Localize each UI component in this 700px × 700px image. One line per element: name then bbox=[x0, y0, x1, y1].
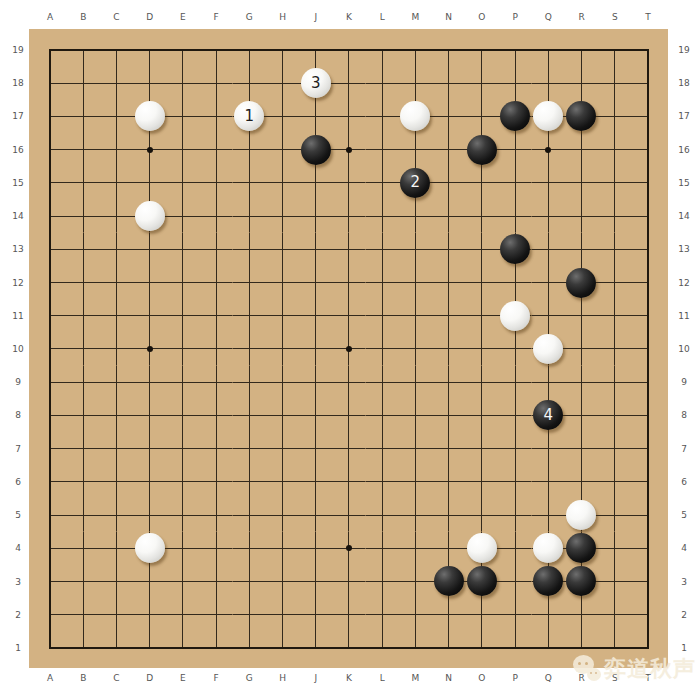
intersection-F2[interactable] bbox=[199, 598, 232, 631]
intersection-S11[interactable] bbox=[598, 299, 631, 332]
intersection-M15[interactable]: 2 bbox=[399, 166, 432, 199]
intersection-E5[interactable] bbox=[166, 498, 199, 531]
intersection-D7[interactable] bbox=[133, 432, 166, 465]
intersection-M14[interactable] bbox=[399, 199, 432, 232]
intersection-M3[interactable] bbox=[399, 565, 432, 598]
intersection-R13[interactable] bbox=[565, 233, 598, 266]
intersection-E15[interactable] bbox=[166, 166, 199, 199]
intersection-A1[interactable] bbox=[33, 631, 66, 664]
white-stone-M17[interactable] bbox=[400, 101, 430, 131]
intersection-C15[interactable] bbox=[100, 166, 133, 199]
intersection-F17[interactable] bbox=[199, 100, 232, 133]
intersection-M4[interactable] bbox=[399, 532, 432, 565]
intersection-H1[interactable] bbox=[266, 631, 299, 664]
intersection-E14[interactable] bbox=[166, 199, 199, 232]
intersection-S18[interactable] bbox=[598, 67, 631, 100]
intersection-D15[interactable] bbox=[133, 166, 166, 199]
intersection-B6[interactable] bbox=[67, 465, 100, 498]
intersection-P10[interactable] bbox=[498, 332, 531, 365]
intersection-L2[interactable] bbox=[366, 598, 399, 631]
intersection-Q12[interactable] bbox=[532, 266, 565, 299]
intersection-B19[interactable] bbox=[67, 33, 100, 66]
intersection-B5[interactable] bbox=[67, 498, 100, 531]
intersection-K6[interactable] bbox=[332, 465, 365, 498]
intersection-B18[interactable] bbox=[67, 67, 100, 100]
black-stone-Q3[interactable] bbox=[533, 566, 563, 596]
intersection-C17[interactable] bbox=[100, 100, 133, 133]
intersection-C2[interactable] bbox=[100, 598, 133, 631]
intersection-B17[interactable] bbox=[67, 100, 100, 133]
intersection-C16[interactable] bbox=[100, 133, 133, 166]
intersection-F9[interactable] bbox=[199, 366, 232, 399]
intersection-T15[interactable] bbox=[631, 166, 664, 199]
intersection-G14[interactable] bbox=[233, 199, 266, 232]
intersection-F12[interactable] bbox=[199, 266, 232, 299]
white-stone-J18[interactable]: 3 bbox=[301, 68, 331, 98]
intersection-T2[interactable] bbox=[631, 598, 664, 631]
intersection-B4[interactable] bbox=[67, 532, 100, 565]
intersection-H10[interactable] bbox=[266, 332, 299, 365]
intersection-F6[interactable] bbox=[199, 465, 232, 498]
intersection-A15[interactable] bbox=[33, 166, 66, 199]
intersection-N17[interactable] bbox=[432, 100, 465, 133]
intersection-M10[interactable] bbox=[399, 332, 432, 365]
intersection-P2[interactable] bbox=[498, 598, 531, 631]
intersection-B9[interactable] bbox=[67, 366, 100, 399]
intersection-J7[interactable] bbox=[299, 432, 332, 465]
intersection-K13[interactable] bbox=[332, 233, 365, 266]
intersection-M7[interactable] bbox=[399, 432, 432, 465]
intersection-Q16[interactable] bbox=[532, 133, 565, 166]
intersection-Q8[interactable]: 4 bbox=[532, 399, 565, 432]
intersection-M11[interactable] bbox=[399, 299, 432, 332]
intersection-C18[interactable] bbox=[100, 67, 133, 100]
intersection-O4[interactable] bbox=[465, 532, 498, 565]
intersection-O11[interactable] bbox=[465, 299, 498, 332]
intersection-S13[interactable] bbox=[598, 233, 631, 266]
intersection-T10[interactable] bbox=[631, 332, 664, 365]
intersection-Q2[interactable] bbox=[532, 598, 565, 631]
black-stone-R17[interactable] bbox=[566, 101, 596, 131]
intersection-D16[interactable] bbox=[133, 133, 166, 166]
intersection-A10[interactable] bbox=[33, 332, 66, 365]
intersection-R16[interactable] bbox=[565, 133, 598, 166]
intersection-M13[interactable] bbox=[399, 233, 432, 266]
intersection-S6[interactable] bbox=[598, 465, 631, 498]
intersection-M12[interactable] bbox=[399, 266, 432, 299]
intersection-G4[interactable] bbox=[233, 532, 266, 565]
intersection-C1[interactable] bbox=[100, 631, 133, 664]
intersection-M6[interactable] bbox=[399, 465, 432, 498]
intersection-B2[interactable] bbox=[67, 598, 100, 631]
intersection-E10[interactable] bbox=[166, 332, 199, 365]
intersection-L15[interactable] bbox=[366, 166, 399, 199]
intersection-R8[interactable] bbox=[565, 399, 598, 432]
intersection-D2[interactable] bbox=[133, 598, 166, 631]
intersection-O10[interactable] bbox=[465, 332, 498, 365]
intersection-A19[interactable] bbox=[33, 33, 66, 66]
intersection-R5[interactable] bbox=[565, 498, 598, 531]
intersection-N3[interactable] bbox=[432, 565, 465, 598]
intersection-J12[interactable] bbox=[299, 266, 332, 299]
intersection-S9[interactable] bbox=[598, 366, 631, 399]
intersection-E13[interactable] bbox=[166, 233, 199, 266]
intersection-Q10[interactable] bbox=[532, 332, 565, 365]
intersection-J14[interactable] bbox=[299, 199, 332, 232]
intersection-T13[interactable] bbox=[631, 233, 664, 266]
intersection-K14[interactable] bbox=[332, 199, 365, 232]
intersection-M2[interactable] bbox=[399, 598, 432, 631]
black-stone-R4[interactable] bbox=[566, 533, 596, 563]
intersection-N14[interactable] bbox=[432, 199, 465, 232]
intersection-G10[interactable] bbox=[233, 332, 266, 365]
intersection-R3[interactable] bbox=[565, 565, 598, 598]
intersection-B10[interactable] bbox=[67, 332, 100, 365]
intersection-M18[interactable] bbox=[399, 67, 432, 100]
intersection-H4[interactable] bbox=[266, 532, 299, 565]
intersection-G16[interactable] bbox=[233, 133, 266, 166]
intersection-J19[interactable] bbox=[299, 33, 332, 66]
intersection-A9[interactable] bbox=[33, 366, 66, 399]
white-stone-G17[interactable]: 1 bbox=[234, 101, 264, 131]
black-stone-M15[interactable]: 2 bbox=[400, 168, 430, 198]
intersection-O2[interactable] bbox=[465, 598, 498, 631]
intersection-K17[interactable] bbox=[332, 100, 365, 133]
intersection-C6[interactable] bbox=[100, 465, 133, 498]
intersection-H11[interactable] bbox=[266, 299, 299, 332]
intersection-D5[interactable] bbox=[133, 498, 166, 531]
intersection-G1[interactable] bbox=[233, 631, 266, 664]
intersection-F1[interactable] bbox=[199, 631, 232, 664]
intersection-O6[interactable] bbox=[465, 465, 498, 498]
intersection-K9[interactable] bbox=[332, 366, 365, 399]
intersection-E11[interactable] bbox=[166, 299, 199, 332]
intersection-C14[interactable] bbox=[100, 199, 133, 232]
intersection-O7[interactable] bbox=[465, 432, 498, 465]
intersection-A11[interactable] bbox=[33, 299, 66, 332]
intersection-H12[interactable] bbox=[266, 266, 299, 299]
intersection-J8[interactable] bbox=[299, 399, 332, 432]
intersection-Q5[interactable] bbox=[532, 498, 565, 531]
intersection-O8[interactable] bbox=[465, 399, 498, 432]
intersection-J6[interactable] bbox=[299, 465, 332, 498]
intersection-D3[interactable] bbox=[133, 565, 166, 598]
intersection-S4[interactable] bbox=[598, 532, 631, 565]
intersection-L14[interactable] bbox=[366, 199, 399, 232]
black-stone-O3[interactable] bbox=[467, 566, 497, 596]
intersection-E8[interactable] bbox=[166, 399, 199, 432]
intersection-T19[interactable] bbox=[631, 33, 664, 66]
intersection-D9[interactable] bbox=[133, 366, 166, 399]
intersection-A8[interactable] bbox=[33, 399, 66, 432]
intersection-S7[interactable] bbox=[598, 432, 631, 465]
intersection-B3[interactable] bbox=[67, 565, 100, 598]
intersection-D13[interactable] bbox=[133, 233, 166, 266]
intersection-P15[interactable] bbox=[498, 166, 531, 199]
intersection-O12[interactable] bbox=[465, 266, 498, 299]
intersection-N15[interactable] bbox=[432, 166, 465, 199]
intersection-D17[interactable] bbox=[133, 100, 166, 133]
intersection-K15[interactable] bbox=[332, 166, 365, 199]
intersection-P11[interactable] bbox=[498, 299, 531, 332]
white-stone-Q4[interactable] bbox=[533, 533, 563, 563]
intersection-T12[interactable] bbox=[631, 266, 664, 299]
intersection-S3[interactable] bbox=[598, 565, 631, 598]
intersection-A4[interactable] bbox=[33, 532, 66, 565]
intersection-P5[interactable] bbox=[498, 498, 531, 531]
intersection-G2[interactable] bbox=[233, 598, 266, 631]
intersection-J18[interactable]: 3 bbox=[299, 67, 332, 100]
intersection-P7[interactable] bbox=[498, 432, 531, 465]
intersection-P19[interactable] bbox=[498, 33, 531, 66]
intersection-G15[interactable] bbox=[233, 166, 266, 199]
black-stone-J16[interactable] bbox=[301, 135, 331, 165]
intersection-B14[interactable] bbox=[67, 199, 100, 232]
intersection-K3[interactable] bbox=[332, 565, 365, 598]
white-stone-Q17[interactable] bbox=[533, 101, 563, 131]
intersection-P6[interactable] bbox=[498, 465, 531, 498]
intersection-J4[interactable] bbox=[299, 532, 332, 565]
intersection-Q11[interactable] bbox=[532, 299, 565, 332]
intersection-E12[interactable] bbox=[166, 266, 199, 299]
intersection-N12[interactable] bbox=[432, 266, 465, 299]
intersection-T1[interactable] bbox=[631, 631, 664, 664]
intersection-C19[interactable] bbox=[100, 33, 133, 66]
intersection-C9[interactable] bbox=[100, 366, 133, 399]
intersection-M17[interactable] bbox=[399, 100, 432, 133]
intersection-L8[interactable] bbox=[366, 399, 399, 432]
intersection-P16[interactable] bbox=[498, 133, 531, 166]
intersection-M8[interactable] bbox=[399, 399, 432, 432]
intersection-L5[interactable] bbox=[366, 498, 399, 531]
intersection-R11[interactable] bbox=[565, 299, 598, 332]
intersection-H13[interactable] bbox=[266, 233, 299, 266]
intersection-N9[interactable] bbox=[432, 366, 465, 399]
intersection-L18[interactable] bbox=[366, 67, 399, 100]
intersection-F11[interactable] bbox=[199, 299, 232, 332]
intersection-S2[interactable] bbox=[598, 598, 631, 631]
intersection-R2[interactable] bbox=[565, 598, 598, 631]
white-stone-P11[interactable] bbox=[500, 301, 530, 331]
intersection-Q7[interactable] bbox=[532, 432, 565, 465]
intersection-D1[interactable] bbox=[133, 631, 166, 664]
intersection-E9[interactable] bbox=[166, 366, 199, 399]
intersection-K4[interactable] bbox=[332, 532, 365, 565]
intersection-N4[interactable] bbox=[432, 532, 465, 565]
intersection-L11[interactable] bbox=[366, 299, 399, 332]
intersection-R10[interactable] bbox=[565, 332, 598, 365]
white-stone-D14[interactable] bbox=[135, 201, 165, 231]
intersection-J17[interactable] bbox=[299, 100, 332, 133]
intersection-K19[interactable] bbox=[332, 33, 365, 66]
intersection-B11[interactable] bbox=[67, 299, 100, 332]
intersection-S17[interactable] bbox=[598, 100, 631, 133]
intersection-G6[interactable] bbox=[233, 465, 266, 498]
intersection-L6[interactable] bbox=[366, 465, 399, 498]
intersection-N7[interactable] bbox=[432, 432, 465, 465]
black-stone-R3[interactable] bbox=[566, 566, 596, 596]
intersection-S12[interactable] bbox=[598, 266, 631, 299]
intersection-T7[interactable] bbox=[631, 432, 664, 465]
intersection-A7[interactable] bbox=[33, 432, 66, 465]
intersection-P17[interactable] bbox=[498, 100, 531, 133]
intersection-R15[interactable] bbox=[565, 166, 598, 199]
intersection-E2[interactable] bbox=[166, 598, 199, 631]
intersection-O1[interactable] bbox=[465, 631, 498, 664]
intersection-N1[interactable] bbox=[432, 631, 465, 664]
intersection-Q6[interactable] bbox=[532, 465, 565, 498]
intersection-P3[interactable] bbox=[498, 565, 531, 598]
intersection-F3[interactable] bbox=[199, 565, 232, 598]
white-stone-D4[interactable] bbox=[135, 533, 165, 563]
intersection-G8[interactable] bbox=[233, 399, 266, 432]
intersection-B12[interactable] bbox=[67, 266, 100, 299]
intersection-F19[interactable] bbox=[199, 33, 232, 66]
intersection-Q15[interactable] bbox=[532, 166, 565, 199]
intersection-N6[interactable] bbox=[432, 465, 465, 498]
intersection-T18[interactable] bbox=[631, 67, 664, 100]
intersection-S16[interactable] bbox=[598, 133, 631, 166]
intersection-H8[interactable] bbox=[266, 399, 299, 432]
intersection-C7[interactable] bbox=[100, 432, 133, 465]
intersection-G18[interactable] bbox=[233, 67, 266, 100]
intersection-B8[interactable] bbox=[67, 399, 100, 432]
intersection-E6[interactable] bbox=[166, 465, 199, 498]
intersection-R1[interactable] bbox=[565, 631, 598, 664]
intersection-K18[interactable] bbox=[332, 67, 365, 100]
intersection-R18[interactable] bbox=[565, 67, 598, 100]
intersection-H17[interactable] bbox=[266, 100, 299, 133]
intersection-H16[interactable] bbox=[266, 133, 299, 166]
intersection-G12[interactable] bbox=[233, 266, 266, 299]
intersection-K5[interactable] bbox=[332, 498, 365, 531]
intersection-J15[interactable] bbox=[299, 166, 332, 199]
intersection-K2[interactable] bbox=[332, 598, 365, 631]
black-stone-N3[interactable] bbox=[434, 566, 464, 596]
intersection-T17[interactable] bbox=[631, 100, 664, 133]
intersection-O16[interactable] bbox=[465, 133, 498, 166]
intersection-S14[interactable] bbox=[598, 199, 631, 232]
intersection-G19[interactable] bbox=[233, 33, 266, 66]
intersection-C12[interactable] bbox=[100, 266, 133, 299]
intersection-P4[interactable] bbox=[498, 532, 531, 565]
intersection-L12[interactable] bbox=[366, 266, 399, 299]
intersection-J9[interactable] bbox=[299, 366, 332, 399]
intersection-B1[interactable] bbox=[67, 631, 100, 664]
intersection-R17[interactable] bbox=[565, 100, 598, 133]
intersection-E17[interactable] bbox=[166, 100, 199, 133]
intersection-C11[interactable] bbox=[100, 299, 133, 332]
intersection-J5[interactable] bbox=[299, 498, 332, 531]
intersection-A18[interactable] bbox=[33, 67, 66, 100]
intersection-E1[interactable] bbox=[166, 631, 199, 664]
intersection-H7[interactable] bbox=[266, 432, 299, 465]
intersection-S1[interactable] bbox=[598, 631, 631, 664]
intersection-O14[interactable] bbox=[465, 199, 498, 232]
intersection-T9[interactable] bbox=[631, 366, 664, 399]
intersection-D18[interactable] bbox=[133, 67, 166, 100]
intersection-E19[interactable] bbox=[166, 33, 199, 66]
intersection-L10[interactable] bbox=[366, 332, 399, 365]
intersection-D6[interactable] bbox=[133, 465, 166, 498]
intersection-J11[interactable] bbox=[299, 299, 332, 332]
intersection-F14[interactable] bbox=[199, 199, 232, 232]
white-stone-R5[interactable] bbox=[566, 500, 596, 530]
intersection-E7[interactable] bbox=[166, 432, 199, 465]
intersection-K7[interactable] bbox=[332, 432, 365, 465]
intersection-F15[interactable] bbox=[199, 166, 232, 199]
intersection-T6[interactable] bbox=[631, 465, 664, 498]
intersection-S19[interactable] bbox=[598, 33, 631, 66]
intersection-F8[interactable] bbox=[199, 399, 232, 432]
intersection-K8[interactable] bbox=[332, 399, 365, 432]
intersection-F7[interactable] bbox=[199, 432, 232, 465]
intersection-E4[interactable] bbox=[166, 532, 199, 565]
intersection-T14[interactable] bbox=[631, 199, 664, 232]
intersection-T11[interactable] bbox=[631, 299, 664, 332]
intersection-H19[interactable] bbox=[266, 33, 299, 66]
intersection-A6[interactable] bbox=[33, 465, 66, 498]
intersection-M9[interactable] bbox=[399, 366, 432, 399]
intersection-T5[interactable] bbox=[631, 498, 664, 531]
intersection-Q13[interactable] bbox=[532, 233, 565, 266]
intersection-B16[interactable] bbox=[67, 133, 100, 166]
intersection-C4[interactable] bbox=[100, 532, 133, 565]
intersection-L1[interactable] bbox=[366, 631, 399, 664]
intersection-H5[interactable] bbox=[266, 498, 299, 531]
intersection-O15[interactable] bbox=[465, 166, 498, 199]
intersection-N19[interactable] bbox=[432, 33, 465, 66]
intersection-F4[interactable] bbox=[199, 532, 232, 565]
intersection-J16[interactable] bbox=[299, 133, 332, 166]
intersection-G9[interactable] bbox=[233, 366, 266, 399]
intersection-C10[interactable] bbox=[100, 332, 133, 365]
intersection-O17[interactable] bbox=[465, 100, 498, 133]
intersection-Q4[interactable] bbox=[532, 532, 565, 565]
intersection-L3[interactable] bbox=[366, 565, 399, 598]
intersection-M5[interactable] bbox=[399, 498, 432, 531]
intersection-H3[interactable] bbox=[266, 565, 299, 598]
intersection-L13[interactable] bbox=[366, 233, 399, 266]
intersection-O5[interactable] bbox=[465, 498, 498, 531]
intersection-J10[interactable] bbox=[299, 332, 332, 365]
intersection-S5[interactable] bbox=[598, 498, 631, 531]
intersection-Q14[interactable] bbox=[532, 199, 565, 232]
intersection-H14[interactable] bbox=[266, 199, 299, 232]
intersection-F13[interactable] bbox=[199, 233, 232, 266]
intersection-N2[interactable] bbox=[432, 598, 465, 631]
white-stone-D17[interactable] bbox=[135, 101, 165, 131]
intersection-M19[interactable] bbox=[399, 33, 432, 66]
intersection-H2[interactable] bbox=[266, 598, 299, 631]
intersection-T16[interactable] bbox=[631, 133, 664, 166]
intersection-H15[interactable] bbox=[266, 166, 299, 199]
intersection-L19[interactable] bbox=[366, 33, 399, 66]
intersection-D14[interactable] bbox=[133, 199, 166, 232]
intersection-Q1[interactable] bbox=[532, 631, 565, 664]
intersection-G3[interactable] bbox=[233, 565, 266, 598]
intersection-A5[interactable] bbox=[33, 498, 66, 531]
intersection-D4[interactable] bbox=[133, 532, 166, 565]
intersection-J3[interactable] bbox=[299, 565, 332, 598]
intersection-R19[interactable] bbox=[565, 33, 598, 66]
intersection-B13[interactable] bbox=[67, 233, 100, 266]
black-stone-O16[interactable] bbox=[467, 135, 497, 165]
intersection-C5[interactable] bbox=[100, 498, 133, 531]
intersection-F16[interactable] bbox=[199, 133, 232, 166]
intersection-P9[interactable] bbox=[498, 366, 531, 399]
intersection-A2[interactable] bbox=[33, 598, 66, 631]
